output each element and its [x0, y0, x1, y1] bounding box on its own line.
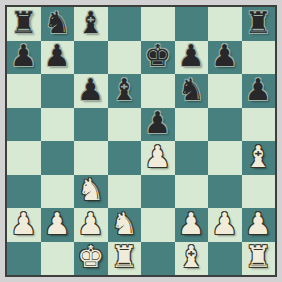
- square-a7[interactable]: ♟: [7, 41, 41, 75]
- piece-black-rook[interactable]: ♜: [245, 8, 272, 38]
- square-b4[interactable]: [41, 141, 75, 175]
- square-f1[interactable]: ♝: [175, 242, 209, 276]
- piece-white-knight[interactable]: ♞: [111, 209, 138, 239]
- square-g5[interactable]: [208, 108, 242, 142]
- square-e7[interactable]: ♚: [141, 41, 175, 75]
- piece-white-bishop[interactable]: ♝: [245, 142, 272, 172]
- square-c7[interactable]: [74, 41, 108, 75]
- square-c3[interactable]: ♞: [74, 175, 108, 209]
- chess-board: ♜♞♝♜♟♟♚♟♟♟♝♞♟♟♟♝♞♟♟♟♞♟♟♟♚♜♝♜: [5, 5, 277, 277]
- square-g6[interactable]: [208, 74, 242, 108]
- square-d4[interactable]: [108, 141, 142, 175]
- square-h1[interactable]: ♜: [242, 242, 276, 276]
- piece-white-rook[interactable]: ♜: [111, 242, 138, 272]
- square-e1[interactable]: [141, 242, 175, 276]
- piece-white-pawn[interactable]: ♟: [245, 209, 272, 239]
- square-h3[interactable]: [242, 175, 276, 209]
- square-f6[interactable]: ♞: [175, 74, 209, 108]
- square-h8[interactable]: ♜: [242, 7, 276, 41]
- square-b1[interactable]: [41, 242, 75, 276]
- square-a1[interactable]: [7, 242, 41, 276]
- square-g8[interactable]: [208, 7, 242, 41]
- square-g1[interactable]: [208, 242, 242, 276]
- piece-black-knight[interactable]: ♞: [178, 75, 205, 105]
- square-a6[interactable]: [7, 74, 41, 108]
- piece-black-pawn[interactable]: ♟: [10, 41, 37, 71]
- square-c6[interactable]: ♟: [74, 74, 108, 108]
- piece-white-knight[interactable]: ♞: [77, 175, 104, 205]
- square-e3[interactable]: [141, 175, 175, 209]
- square-h2[interactable]: ♟: [242, 208, 276, 242]
- piece-white-pawn[interactable]: ♟: [178, 209, 205, 239]
- piece-black-king[interactable]: ♚: [144, 41, 171, 71]
- square-e8[interactable]: [141, 7, 175, 41]
- square-g4[interactable]: [208, 141, 242, 175]
- piece-black-pawn[interactable]: ♟: [44, 41, 71, 71]
- square-f5[interactable]: [175, 108, 209, 142]
- piece-black-pawn[interactable]: ♟: [178, 41, 205, 71]
- square-h5[interactable]: [242, 108, 276, 142]
- square-f2[interactable]: ♟: [175, 208, 209, 242]
- square-d8[interactable]: [108, 7, 142, 41]
- piece-white-pawn[interactable]: ♟: [10, 209, 37, 239]
- square-a3[interactable]: [7, 175, 41, 209]
- square-c5[interactable]: [74, 108, 108, 142]
- piece-black-knight[interactable]: ♞: [44, 8, 71, 38]
- square-e4[interactable]: ♟: [141, 141, 175, 175]
- piece-white-rook[interactable]: ♜: [245, 242, 272, 272]
- square-b3[interactable]: [41, 175, 75, 209]
- piece-black-bishop[interactable]: ♝: [77, 8, 104, 38]
- piece-white-pawn[interactable]: ♟: [44, 209, 71, 239]
- piece-white-pawn[interactable]: ♟: [77, 209, 104, 239]
- square-e6[interactable]: [141, 74, 175, 108]
- square-g7[interactable]: ♟: [208, 41, 242, 75]
- square-g2[interactable]: ♟: [208, 208, 242, 242]
- piece-black-pawn[interactable]: ♟: [211, 41, 238, 71]
- square-h4[interactable]: ♝: [242, 141, 276, 175]
- square-b5[interactable]: [41, 108, 75, 142]
- square-a5[interactable]: [7, 108, 41, 142]
- square-f8[interactable]: [175, 7, 209, 41]
- square-b2[interactable]: ♟: [41, 208, 75, 242]
- square-d5[interactable]: [108, 108, 142, 142]
- piece-black-pawn[interactable]: ♟: [77, 75, 104, 105]
- square-f4[interactable]: [175, 141, 209, 175]
- square-h7[interactable]: [242, 41, 276, 75]
- square-d3[interactable]: [108, 175, 142, 209]
- piece-white-pawn[interactable]: ♟: [144, 142, 171, 172]
- square-d6[interactable]: ♝: [108, 74, 142, 108]
- square-a8[interactable]: ♜: [7, 7, 41, 41]
- square-d7[interactable]: [108, 41, 142, 75]
- piece-black-pawn[interactable]: ♟: [245, 75, 272, 105]
- piece-black-rook[interactable]: ♜: [10, 8, 37, 38]
- square-c8[interactable]: ♝: [74, 7, 108, 41]
- square-c1[interactable]: ♚: [74, 242, 108, 276]
- square-a4[interactable]: [7, 141, 41, 175]
- square-e2[interactable]: [141, 208, 175, 242]
- piece-black-pawn[interactable]: ♟: [144, 108, 171, 138]
- board-frame: ♜♞♝♜♟♟♚♟♟♟♝♞♟♟♟♝♞♟♟♟♞♟♟♟♚♜♝♜: [0, 0, 282, 282]
- square-d2[interactable]: ♞: [108, 208, 142, 242]
- square-h6[interactable]: ♟: [242, 74, 276, 108]
- square-e5[interactable]: ♟: [141, 108, 175, 142]
- square-a2[interactable]: ♟: [7, 208, 41, 242]
- square-b6[interactable]: [41, 74, 75, 108]
- piece-white-bishop[interactable]: ♝: [178, 242, 205, 272]
- square-f3[interactable]: [175, 175, 209, 209]
- square-f7[interactable]: ♟: [175, 41, 209, 75]
- square-b8[interactable]: ♞: [41, 7, 75, 41]
- square-c4[interactable]: [74, 141, 108, 175]
- piece-white-pawn[interactable]: ♟: [211, 209, 238, 239]
- square-c2[interactable]: ♟: [74, 208, 108, 242]
- piece-white-king[interactable]: ♚: [77, 242, 104, 272]
- square-d1[interactable]: ♜: [108, 242, 142, 276]
- piece-black-bishop[interactable]: ♝: [111, 75, 138, 105]
- square-b7[interactable]: ♟: [41, 41, 75, 75]
- square-g3[interactable]: [208, 175, 242, 209]
